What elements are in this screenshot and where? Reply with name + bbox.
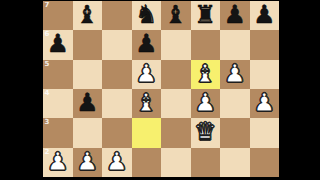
letterbox-background: 7♝♞♝♜♟♟6♟♟5♟♝♟4♟♝♟♟3♛2♟♟♟	[0, 0, 320, 180]
piece-white-pawn[interactable]: ♟	[106, 148, 128, 176]
square-f6[interactable]	[191, 30, 221, 59]
square-f4[interactable]: ♟	[191, 89, 221, 118]
square-c3[interactable]	[102, 118, 132, 147]
square-f3[interactable]: ♛	[191, 118, 221, 147]
square-d4[interactable]: ♝	[132, 89, 162, 118]
square-h2[interactable]	[250, 148, 280, 177]
square-d2[interactable]	[132, 148, 162, 177]
square-g7[interactable]: ♟	[220, 1, 250, 30]
square-e5[interactable]	[161, 60, 191, 89]
piece-black-knight[interactable]: ♞	[135, 1, 157, 29]
square-a5[interactable]: 5	[43, 60, 73, 89]
square-d3[interactable]	[132, 118, 162, 147]
rank-label-7: 7	[45, 1, 50, 9]
square-e4[interactable]	[161, 89, 191, 118]
square-b6[interactable]	[73, 30, 103, 59]
square-f5[interactable]: ♝	[191, 60, 221, 89]
piece-white-queen[interactable]: ♛	[194, 118, 216, 146]
piece-black-pawn[interactable]: ♟	[224, 1, 246, 29]
square-a2[interactable]: 2♟	[43, 148, 73, 177]
square-h6[interactable]	[250, 30, 280, 59]
square-g6[interactable]	[220, 30, 250, 59]
square-c4[interactable]	[102, 89, 132, 118]
square-c7[interactable]	[102, 1, 132, 30]
square-d7[interactable]: ♞	[132, 1, 162, 30]
square-e6[interactable]	[161, 30, 191, 59]
square-e3[interactable]	[161, 118, 191, 147]
rank-label-5: 5	[45, 60, 50, 68]
square-h4[interactable]: ♟	[250, 89, 280, 118]
piece-white-pawn[interactable]: ♟	[253, 89, 275, 117]
piece-white-bishop[interactable]: ♝	[135, 89, 157, 117]
piece-black-pawn[interactable]: ♟	[135, 30, 157, 58]
piece-white-bishop[interactable]: ♝	[194, 60, 216, 88]
chess-board: 7♝♞♝♜♟♟6♟♟5♟♝♟4♟♝♟♟3♛2♟♟♟	[43, 1, 279, 177]
piece-white-pawn[interactable]: ♟	[224, 60, 246, 88]
square-a4[interactable]: 4	[43, 89, 73, 118]
square-c6[interactable]	[102, 30, 132, 59]
square-h3[interactable]	[250, 118, 280, 147]
square-a6[interactable]: 6♟	[43, 30, 73, 59]
square-h7[interactable]: ♟	[250, 1, 280, 30]
piece-black-pawn[interactable]: ♟	[253, 1, 275, 29]
square-g2[interactable]	[220, 148, 250, 177]
square-g4[interactable]	[220, 89, 250, 118]
square-b3[interactable]	[73, 118, 103, 147]
square-b2[interactable]: ♟	[73, 148, 103, 177]
piece-black-bishop[interactable]: ♝	[165, 1, 187, 29]
piece-white-pawn[interactable]: ♟	[76, 148, 98, 176]
square-g5[interactable]: ♟	[220, 60, 250, 89]
piece-white-pawn[interactable]: ♟	[194, 89, 216, 117]
square-f7[interactable]: ♜	[191, 1, 221, 30]
piece-white-pawn[interactable]: ♟	[135, 60, 157, 88]
piece-black-pawn[interactable]: ♟	[47, 30, 69, 58]
square-e2[interactable]	[161, 148, 191, 177]
square-b7[interactable]: ♝	[73, 1, 103, 30]
square-c5[interactable]	[102, 60, 132, 89]
square-d5[interactable]: ♟	[132, 60, 162, 89]
rank-label-3: 3	[45, 118, 50, 126]
square-d6[interactable]: ♟	[132, 30, 162, 59]
piece-black-bishop[interactable]: ♝	[76, 1, 98, 29]
square-e7[interactable]: ♝	[161, 1, 191, 30]
rank-label-4: 4	[45, 89, 50, 97]
piece-black-rook[interactable]: ♜	[194, 1, 216, 29]
square-b5[interactable]	[73, 60, 103, 89]
piece-white-pawn[interactable]: ♟	[47, 148, 69, 176]
square-f2[interactable]	[191, 148, 221, 177]
piece-black-pawn[interactable]: ♟	[76, 89, 98, 117]
square-a7[interactable]: 7	[43, 1, 73, 30]
square-g3[interactable]	[220, 118, 250, 147]
square-b4[interactable]: ♟	[73, 89, 103, 118]
square-c2[interactable]: ♟	[102, 148, 132, 177]
square-a3[interactable]: 3	[43, 118, 73, 147]
square-h5[interactable]	[250, 60, 280, 89]
